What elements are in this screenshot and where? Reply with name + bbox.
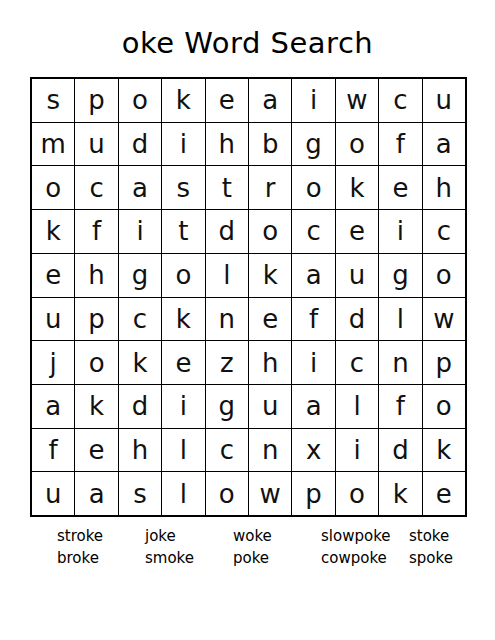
grid-cell: a	[249, 79, 291, 122]
grid-cell: i	[292, 79, 334, 122]
grid-cell: l	[336, 385, 378, 428]
grid-cell: x	[292, 429, 334, 472]
grid-cell: e	[162, 341, 204, 384]
grid-cell: g	[292, 123, 334, 166]
word-list-column: woke poke	[233, 525, 321, 569]
grid-cell: h	[249, 341, 291, 384]
grid-cell: e	[206, 79, 248, 122]
word-list-item: poke	[233, 547, 321, 569]
grid-cell: u	[336, 254, 378, 297]
grid-cell: c	[75, 166, 117, 209]
grid-cell: f	[292, 298, 334, 341]
word-list-column: joke smoke	[145, 525, 233, 569]
word-list-column: slowpoke cowpoke	[321, 525, 409, 569]
word-search-grid: spokeaiwcumudihbgofaocastrokehkfitdoceic…	[30, 77, 467, 517]
grid-cell: r	[249, 166, 291, 209]
grid-cell: k	[423, 429, 465, 472]
grid-cell: c	[292, 210, 334, 253]
grid-cell: k	[379, 472, 421, 515]
grid-cell: p	[75, 298, 117, 341]
grid-cell: d	[379, 429, 421, 472]
grid-cell: o	[292, 166, 334, 209]
grid-cell: o	[423, 385, 465, 428]
grid-cell: u	[32, 472, 74, 515]
grid-cell: l	[206, 254, 248, 297]
grid-cell: o	[423, 254, 465, 297]
grid-cell: c	[423, 210, 465, 253]
word-list-item: smoke	[145, 547, 233, 569]
grid-cell: m	[32, 123, 74, 166]
grid-cell: e	[336, 210, 378, 253]
grid-cell: e	[423, 472, 465, 515]
grid-cell: f	[32, 429, 74, 472]
grid-cell: w	[249, 472, 291, 515]
grid-cell: c	[206, 429, 248, 472]
grid-cell: i	[162, 123, 204, 166]
grid-cell: d	[119, 123, 161, 166]
word-list-item: joke	[145, 525, 233, 547]
word-list-item: stroke	[57, 525, 145, 547]
grid-cell: s	[32, 79, 74, 122]
grid-cell: t	[162, 210, 204, 253]
grid-cell: k	[336, 166, 378, 209]
grid-cell: f	[379, 123, 421, 166]
grid-cell: k	[119, 341, 161, 384]
grid-cell: k	[162, 79, 204, 122]
grid-cell: h	[119, 429, 161, 472]
grid-cell: p	[292, 472, 334, 515]
grid-cell: l	[162, 472, 204, 515]
word-list-item: stoke	[409, 525, 495, 547]
grid-cell: i	[336, 429, 378, 472]
grid-cell: a	[75, 472, 117, 515]
grid-cell: s	[119, 472, 161, 515]
grid-cell: e	[379, 166, 421, 209]
grid-cell: a	[119, 166, 161, 209]
grid-cell: u	[75, 123, 117, 166]
grid-cell: s	[162, 166, 204, 209]
grid-cell: d	[206, 210, 248, 253]
grid-cell: u	[423, 79, 465, 122]
grid-cell: o	[119, 79, 161, 122]
grid-cell: d	[336, 298, 378, 341]
grid-cell: w	[423, 298, 465, 341]
grid-cell: p	[75, 79, 117, 122]
grid-cell: k	[32, 210, 74, 253]
grid-cell: j	[32, 341, 74, 384]
grid-cell: c	[336, 341, 378, 384]
grid-cell: i	[379, 210, 421, 253]
grid-cell: o	[249, 210, 291, 253]
grid-cell: k	[75, 385, 117, 428]
grid-cell: o	[336, 472, 378, 515]
grid-cell: c	[379, 79, 421, 122]
grid-cell: n	[249, 429, 291, 472]
grid-cell: h	[423, 166, 465, 209]
word-list-item: slowpoke	[321, 525, 409, 547]
grid-cell: a	[292, 385, 334, 428]
grid-cell: k	[249, 254, 291, 297]
word-list-item: spoke	[409, 547, 495, 569]
grid-cell: h	[75, 254, 117, 297]
grid-cell: o	[75, 341, 117, 384]
word-list-column: stoke spoke	[409, 525, 495, 569]
grid-cell: i	[119, 210, 161, 253]
grid-cell: u	[32, 298, 74, 341]
grid-cell: l	[162, 429, 204, 472]
grid-cell: p	[423, 341, 465, 384]
grid-cell: i	[162, 385, 204, 428]
page-title: oke Word Search	[0, 26, 495, 60]
worksheet-page: oke Word Search spokeaiwcumudihbgofaocas…	[0, 0, 495, 640]
word-list-item: broke	[57, 547, 145, 569]
grid-cell: g	[119, 254, 161, 297]
grid-cell: i	[292, 341, 334, 384]
grid-cell: l	[379, 298, 421, 341]
grid-cell: a	[32, 385, 74, 428]
grid-cell: o	[162, 254, 204, 297]
grid-cell: g	[206, 385, 248, 428]
grid-cell: k	[162, 298, 204, 341]
grid-cell: o	[206, 472, 248, 515]
grid-cell: d	[119, 385, 161, 428]
grid-cell: u	[249, 385, 291, 428]
word-list-item: cowpoke	[321, 547, 409, 569]
word-list-column: stroke broke	[57, 525, 145, 569]
grid-cell: f	[379, 385, 421, 428]
grid-cell: t	[206, 166, 248, 209]
grid-cell: n	[206, 298, 248, 341]
grid-cell: g	[379, 254, 421, 297]
grid-cell: c	[119, 298, 161, 341]
grid-cell: e	[75, 429, 117, 472]
grid-cell: a	[423, 123, 465, 166]
grid-cell: z	[206, 341, 248, 384]
grid-cell: b	[249, 123, 291, 166]
grid-cell: f	[75, 210, 117, 253]
grid-cell: o	[32, 166, 74, 209]
grid-cell: e	[249, 298, 291, 341]
grid-cell: h	[206, 123, 248, 166]
word-list: stroke broke joke smoke woke poke slowpo…	[57, 525, 495, 569]
grid-cell: e	[32, 254, 74, 297]
grid-cell: o	[336, 123, 378, 166]
grid-cell: w	[336, 79, 378, 122]
grid-cell: n	[379, 341, 421, 384]
word-list-item: woke	[233, 525, 321, 547]
grid-cell: a	[292, 254, 334, 297]
